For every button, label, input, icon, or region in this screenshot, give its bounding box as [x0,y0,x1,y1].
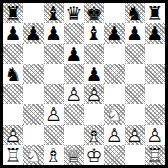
square-h7[interactable]: ♟ [145,23,165,43]
square-e5[interactable]: ♟ [84,64,104,84]
square-b5[interactable] [23,64,43,84]
square-d1[interactable]: ♛♕ [64,145,84,165]
square-h1[interactable]: ♜♖ [145,145,165,165]
white-pawn: ♟♙ [64,84,84,104]
black-knight: ♞ [126,3,143,23]
black-rook: ♜ [5,3,22,23]
square-c4[interactable] [44,84,64,104]
square-a3[interactable] [3,104,23,124]
square-c3[interactable]: ♟♙ [44,104,64,124]
square-b7[interactable]: ♟ [23,23,43,43]
square-d2[interactable] [64,125,84,145]
black-pawn: ♟ [25,23,42,43]
square-g1[interactable] [125,145,145,165]
white-knight: ♞♘ [23,145,43,165]
white-pawn-outline: ♙ [145,125,165,145]
white-pawn: ♟♙ [3,125,23,145]
square-d3[interactable] [64,104,84,124]
white-king: ♚♔ [84,145,104,165]
black-king: ♚ [86,3,103,23]
square-f4[interactable] [104,84,124,104]
black-pawn: ♟ [5,23,22,43]
square-a5[interactable]: ♞ [3,64,23,84]
square-e8[interactable]: ♚ [84,3,104,23]
square-a7[interactable]: ♟ [3,23,23,43]
white-pawn: ♟♙ [44,104,64,124]
white-pawn-outline: ♙ [44,104,64,124]
square-g7[interactable]: ♟ [125,23,145,43]
square-b8[interactable] [23,3,43,23]
square-h4[interactable] [145,84,165,104]
square-a1[interactable]: ♜♖ [3,145,23,165]
black-pawn: ♟ [45,23,62,43]
square-b4[interactable] [23,84,43,104]
square-f5[interactable] [104,64,124,84]
square-e2[interactable]: ♝♗ [84,125,104,145]
square-c8[interactable]: ♝ [44,3,64,23]
square-h3[interactable] [145,104,165,124]
square-b3[interactable] [23,104,43,124]
square-d7[interactable] [64,23,84,43]
square-a4[interactable] [3,84,23,104]
square-c1[interactable]: ♝♗ [44,145,64,165]
white-pawn-outline: ♙ [104,125,124,145]
square-a8[interactable]: ♜ [3,3,23,23]
white-pawn: ♟♙ [104,125,124,145]
black-pawn: ♟ [126,23,143,43]
square-e3[interactable] [84,104,104,124]
square-g8[interactable]: ♞ [125,3,145,23]
white-pawn-outline: ♙ [64,84,84,104]
square-g6[interactable] [125,44,145,64]
black-rook: ♜ [146,3,163,23]
square-a6[interactable] [3,44,23,64]
black-bishop: ♝ [45,3,62,23]
square-f8[interactable] [104,3,124,23]
square-h2[interactable]: ♟♙ [145,125,165,145]
white-knight-outline: ♘ [23,145,43,165]
white-rook-outline: ♖ [145,145,165,165]
black-queen: ♛ [65,3,82,23]
square-e7[interactable]: ♝ [84,23,104,43]
square-e4[interactable]: ♟♙ [84,84,104,104]
white-bishop-outline: ♗ [44,145,64,165]
black-pawn: ♟ [86,64,103,84]
white-queen: ♛♕ [64,145,84,165]
square-h8[interactable]: ♜ [145,3,165,23]
white-rook: ♜♖ [3,145,23,165]
black-bishop: ♝ [86,23,103,43]
white-pawn: ♟♙ [84,84,104,104]
square-f2[interactable]: ♟♙ [104,125,124,145]
square-d6[interactable]: ♟ [64,44,84,64]
black-pawn: ♟ [106,23,123,43]
square-h5[interactable] [145,64,165,84]
square-b6[interactable] [23,44,43,64]
white-king-outline: ♔ [84,145,104,165]
square-h6[interactable] [145,44,165,64]
white-bishop-outline: ♗ [84,125,104,145]
white-pawn-outline: ♙ [3,125,23,145]
square-f7[interactable]: ♟ [104,23,124,43]
square-a2[interactable]: ♟♙ [3,125,23,145]
black-pawn: ♟ [65,44,82,64]
square-g5[interactable] [125,64,145,84]
white-knight-outline: ♘ [104,104,124,124]
square-e1[interactable]: ♚♔ [84,145,104,165]
square-b1[interactable]: ♞♘ [23,145,43,165]
square-g4[interactable] [125,84,145,104]
square-c5[interactable] [44,64,64,84]
square-f3[interactable]: ♞♘ [104,104,124,124]
square-f1[interactable] [104,145,124,165]
chess-board: ♜♝♛♚♞♜♟♟♟♝♟♟♟♟♞♟♟♙♟♙♟♙♞♘♟♙♝♗♟♙♟♙♟♙♜♖♞♘♝♗… [0,0,168,168]
square-g2[interactable]: ♟♙ [125,125,145,145]
white-bishop: ♝♗ [44,145,64,165]
square-c2[interactable] [44,125,64,145]
white-knight: ♞♘ [104,104,124,124]
black-pawn: ♟ [146,23,163,43]
square-f6[interactable] [104,44,124,64]
square-d8[interactable]: ♛ [64,3,84,23]
square-g3[interactable] [125,104,145,124]
black-knight: ♞ [5,64,22,84]
square-c7[interactable]: ♟ [44,23,64,43]
white-rook: ♜♖ [145,145,165,165]
white-rook-outline: ♖ [3,145,23,165]
white-queen-outline: ♕ [64,145,84,165]
square-e6[interactable] [84,44,104,64]
white-pawn-outline: ♙ [84,84,104,104]
square-c6[interactable] [44,44,64,64]
white-pawn-outline: ♙ [125,125,145,145]
square-d4[interactable]: ♟♙ [64,84,84,104]
square-b2[interactable] [23,125,43,145]
square-d5[interactable] [64,64,84,84]
white-pawn: ♟♙ [125,125,145,145]
white-bishop: ♝♗ [84,125,104,145]
white-pawn: ♟♙ [145,125,165,145]
